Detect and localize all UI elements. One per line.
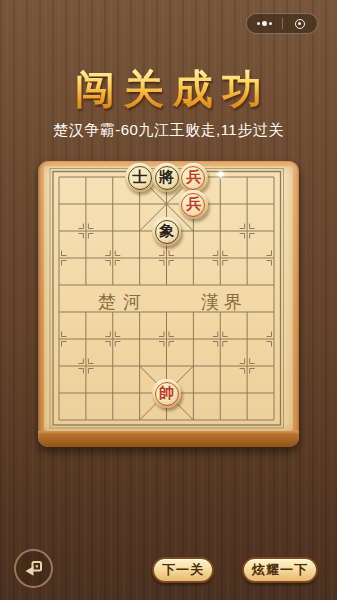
river-text-left: 楚河	[98, 291, 148, 312]
board-surface[interactable]: 楚河漢界 士將兵兵象帥 ✦	[44, 166, 293, 431]
more-icon	[257, 22, 260, 25]
red-soldier-2[interactable]: 兵	[179, 190, 208, 219]
next-level-button[interactable]: 下一关	[152, 557, 214, 583]
piece-label: 帥	[159, 386, 174, 401]
black-elephant[interactable]: 象	[152, 217, 181, 246]
replay-button[interactable]	[14, 549, 53, 588]
page-title: 闯关成功	[0, 66, 337, 112]
screen: 闯关成功 楚汉争霸-60九江王败走,11步过关 楚河漢界 士將兵兵象帥 ✦ 下一…	[0, 0, 337, 600]
piece-label: 象	[159, 224, 174, 239]
river-text-right: 漢界	[201, 291, 247, 312]
mini-program-capsule	[246, 13, 318, 34]
level-description: 楚汉争霸-60九江王败走,11步过关	[0, 120, 337, 140]
black-general[interactable]: 將	[152, 163, 181, 192]
replay-arrow-icon	[23, 558, 44, 579]
piece-label: 兵	[186, 197, 201, 212]
red-soldier-1[interactable]: 兵	[179, 163, 208, 192]
brag-button[interactable]: 炫耀一下	[242, 557, 318, 583]
piece-label: 兵	[186, 170, 201, 185]
black-advisor[interactable]: 士	[125, 163, 154, 192]
sparkle-effect: ✦	[215, 168, 226, 181]
piece-label: 將	[159, 170, 174, 185]
xiangqi-board: 楚河漢界 士將兵兵象帥 ✦	[38, 161, 299, 447]
red-general[interactable]: 帥	[152, 379, 181, 408]
exit-icon	[295, 19, 305, 29]
piece-label: 士	[132, 170, 147, 185]
more-button[interactable]	[247, 14, 282, 33]
exit-button[interactable]	[283, 14, 318, 33]
